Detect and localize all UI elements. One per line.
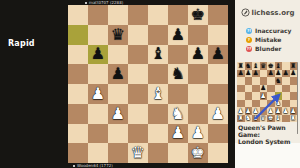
square-e6[interactable]: ♝ [148,45,168,65]
square-h2[interactable] [208,124,228,144]
black-king-piece[interactable]: ♚ [191,7,205,23]
square-c8[interactable] [108,5,128,25]
square-c6[interactable] [108,45,128,65]
square-g8 [282,62,290,70]
lichess-brand: lichess.org [235,8,300,17]
square-g6[interactable]: ♟ [188,45,208,65]
chess-board[interactable]: ♚♛♟♟♝♟♟♟♞♟♝♟♞♟♟♟♛♚ [68,5,228,163]
black-pawn-piece[interactable]: ♟ [191,46,205,62]
black-bishop-piece[interactable]: ♝ [151,46,165,62]
square-f3: ♞ [275,100,283,108]
square-b7: ♟ [245,70,253,78]
square-h7[interactable] [208,25,228,45]
white-pawn-piece[interactable]: ♟ [191,125,205,141]
white-king-piece: ♚ [268,115,274,122]
square-g5 [282,85,290,93]
square-b4 [245,92,253,100]
square-g5[interactable] [188,64,208,84]
white-pawn-piece: ♟ [245,108,251,115]
square-d7[interactable] [128,25,148,45]
square-a2[interactable] [68,124,88,144]
square-c2[interactable] [108,124,128,144]
white-rook-piece: ♜ [290,115,296,122]
square-e3[interactable] [148,104,168,124]
black-rook-piece: ♜ [238,63,244,70]
square-h7: ♟ [290,70,298,78]
square-a4[interactable] [68,84,88,104]
square-g4 [282,92,290,100]
square-f5 [275,85,283,93]
square-f6: ♞ [275,77,283,85]
square-h6 [290,77,298,85]
square-b5 [245,85,253,93]
square-c4[interactable] [108,84,128,104]
time-control-label: Rapid [8,39,35,48]
white-pawn-piece[interactable]: ♟ [91,86,105,102]
white-pawn-piece: ♟ [253,108,259,115]
legend-label: Blunder [255,45,282,52]
square-e8: ♚ [267,62,275,70]
black-king-piece: ♚ [268,63,274,70]
square-f3[interactable]: ♞ [168,104,188,124]
square-c8: ♝ [252,62,260,70]
square-b3 [245,100,253,108]
square-g3[interactable] [188,104,208,124]
square-f1: ♝ [275,115,283,123]
square-b6[interactable]: ♟ [88,45,108,65]
white-pawn-piece: ♟ [290,108,296,115]
square-e8[interactable] [148,5,168,25]
square-h2: ♟ [290,107,298,115]
white-knight-piece: ♞ [275,100,281,107]
white-queen-piece: ♛ [260,115,266,122]
black-pawn-piece[interactable]: ♟ [111,66,125,82]
square-f4 [275,92,283,100]
legend-item-blunder: ??Blunder [246,44,291,53]
square-c7[interactable]: ♛ [108,25,128,45]
opening-mini-board: ♜♞♝♛♚♝♜♟♟♟♟♟♟♟♞♟♟♞♟♟♟♟♟♟♟♜♞♝♛♚♝♜ [237,62,297,122]
square-d1[interactable]: ♛ [128,143,148,163]
square-d6[interactable] [128,45,148,65]
inaccuracy-icon: ?! [246,28,252,34]
legend-item-inaccuracy: ?!Inaccuracy [246,26,291,35]
square-d2[interactable] [128,124,148,144]
white-bishop-piece: ♝ [253,115,259,122]
black-pawn-piece: ♟ [283,70,289,77]
square-d1: ♛ [260,115,268,123]
top-player-name: matt0707 (2288) [89,1,123,5]
square-d5: ♟ [260,85,268,93]
square-d8: ♛ [260,62,268,70]
square-f5[interactable]: ♞ [168,64,188,84]
black-pawn-piece: ♟ [268,70,274,77]
square-h6[interactable]: ♟ [208,45,228,65]
black-pawn-piece[interactable]: ♟ [211,46,225,62]
square-a6[interactable] [68,45,88,65]
square-c4 [252,92,260,100]
square-b6 [245,77,253,85]
square-h4 [290,92,298,100]
square-c1: ♝ [252,115,260,123]
square-h1[interactable] [208,143,228,163]
square-b1[interactable] [88,143,108,163]
square-g3 [282,100,290,108]
square-e3 [267,100,275,108]
square-a2: ♟ [237,107,245,115]
square-a5 [237,85,245,93]
white-pawn-piece: ♟ [238,108,244,115]
black-pawn-piece: ♟ [290,70,296,77]
square-d4: ♟ [260,92,268,100]
black-pawn-piece: ♟ [238,70,244,77]
square-a4 [237,92,245,100]
square-h1: ♜ [290,115,298,123]
black-rook-piece: ♜ [290,63,296,70]
square-g6 [282,77,290,85]
square-h4[interactable] [208,84,228,104]
square-g4[interactable] [188,84,208,104]
square-f4[interactable] [168,84,188,104]
square-c7: ♟ [252,70,260,78]
white-pawn-piece[interactable]: ♟ [111,106,125,122]
square-c6 [252,77,260,85]
black-pawn-piece[interactable]: ♟ [91,46,105,62]
black-pawn-piece: ♟ [275,70,281,77]
square-h8: ♜ [290,62,298,70]
square-d5[interactable] [128,64,148,84]
square-e1: ♚ [267,115,275,123]
white-king-piece[interactable]: ♚ [191,145,205,161]
square-f7[interactable]: ♟ [168,25,188,45]
move-quality-legend: ?!Inaccuracy?Mistake??Blunder [246,26,291,53]
square-e7[interactable] [148,25,168,45]
white-pawn-piece[interactable]: ♟ [171,125,185,141]
white-pawn-piece: ♟ [268,108,274,115]
square-c3 [252,100,260,108]
white-knight-piece: ♞ [245,115,251,122]
square-d4[interactable] [128,84,148,104]
square-f7: ♟ [275,70,283,78]
square-e1[interactable] [148,143,168,163]
square-d6 [260,77,268,85]
square-f6[interactable] [168,45,188,65]
legend-item-mistake: ?Mistake [246,35,291,44]
square-f2[interactable]: ♟ [168,124,188,144]
white-knight-piece[interactable]: ♞ [171,106,185,122]
black-pawn-piece: ♟ [245,70,251,77]
square-e4 [267,92,275,100]
square-g7[interactable] [188,25,208,45]
black-bishop-piece: ♝ [275,63,281,70]
square-h3 [290,100,298,108]
square-b2[interactable] [88,124,108,144]
square-f1[interactable] [168,143,188,163]
white-rook-piece: ♜ [238,115,244,122]
square-c5[interactable]: ♟ [108,64,128,84]
square-g1 [282,115,290,123]
square-g2[interactable]: ♟ [188,124,208,144]
white-pawn-piece: ♟ [283,108,289,115]
online-status-icon [73,165,75,167]
square-d3 [260,100,268,108]
legend-label: Mistake [255,36,281,43]
mistake-icon: ? [246,37,252,43]
square-g7: ♟ [282,70,290,78]
square-h5[interactable] [208,64,228,84]
black-pawn-piece[interactable]: ♟ [171,27,185,43]
legend-label: Inaccuracy [255,27,291,34]
square-g1[interactable]: ♚ [188,143,208,163]
white-bishop-piece: ♝ [275,115,281,122]
white-pawn-piece: ♟ [260,93,266,100]
square-e6 [267,77,275,85]
white-pawn-piece: ♟ [275,108,281,115]
square-b4[interactable]: ♟ [88,84,108,104]
square-b2: ♟ [245,107,253,115]
square-h5 [290,85,298,93]
black-pawn-piece: ♟ [253,70,259,77]
square-e4[interactable]: ♝ [148,84,168,104]
square-b8: ♞ [245,62,253,70]
square-a1[interactable] [68,143,88,163]
black-pawn-piece: ♟ [260,85,266,92]
square-e7: ♟ [267,70,275,78]
panel-lower-area [235,143,300,168]
blunder-icon: ?? [246,46,252,52]
square-e5 [267,85,275,93]
square-b8[interactable] [88,5,108,25]
square-a1: ♜ [237,115,245,123]
square-h8[interactable] [208,5,228,25]
black-knight-piece[interactable]: ♞ [171,66,185,82]
square-a7: ♟ [237,70,245,78]
square-c2: ♟ [252,107,260,115]
white-queen-piece[interactable]: ♛ [131,145,145,161]
square-f2: ♟ [275,107,283,115]
square-e2: ♟ [267,107,275,115]
info-panel: lichess.org ?!Inaccuracy?Mistake??Blunde… [235,0,300,168]
square-f8: ♝ [275,62,283,70]
square-d3[interactable] [128,104,148,124]
square-b1: ♞ [245,115,253,123]
lichess-logo-icon [241,8,250,17]
white-bishop-piece[interactable]: ♝ [151,86,165,102]
square-c1[interactable] [108,143,128,163]
square-a5[interactable] [68,64,88,84]
black-knight-piece: ♞ [245,63,251,70]
square-b5[interactable] [88,64,108,84]
square-a3 [237,100,245,108]
bottom-player-name: Wooden64 (1772) [77,164,113,168]
square-c5 [252,85,260,93]
square-a8[interactable] [68,5,88,25]
square-e2[interactable] [148,124,168,144]
square-g8[interactable]: ♚ [188,5,208,25]
online-status-icon [85,2,87,4]
black-knight-piece: ♞ [275,78,281,85]
square-a8: ♜ [237,62,245,70]
lichess-logo-text: lichess.org [252,9,295,17]
square-a3[interactable] [68,104,88,124]
square-d7 [260,70,268,78]
black-bishop-piece: ♝ [253,63,259,70]
square-b3[interactable] [88,104,108,124]
square-c3[interactable]: ♟ [108,104,128,124]
square-f8[interactable] [168,5,188,25]
square-h3[interactable]: ♟ [208,104,228,124]
square-a7[interactable] [68,25,88,45]
opening-name: Queen's Pawn Game: London System [238,124,300,145]
square-d8[interactable] [128,5,148,25]
square-d2 [260,107,268,115]
black-queen-piece[interactable]: ♛ [111,27,125,43]
square-b7[interactable] [88,25,108,45]
white-pawn-piece[interactable]: ♟ [211,106,225,122]
square-a6 [237,77,245,85]
square-g2: ♟ [282,107,290,115]
black-queen-piece: ♛ [260,63,266,70]
square-e5[interactable] [148,64,168,84]
opening-thumbnail: ♜♞♝♛♚♝♜♟♟♟♟♟♟♟♞♟♟♞♟♟♟♟♟♟♟♜♞♝♛♚♝♜ [237,62,297,122]
